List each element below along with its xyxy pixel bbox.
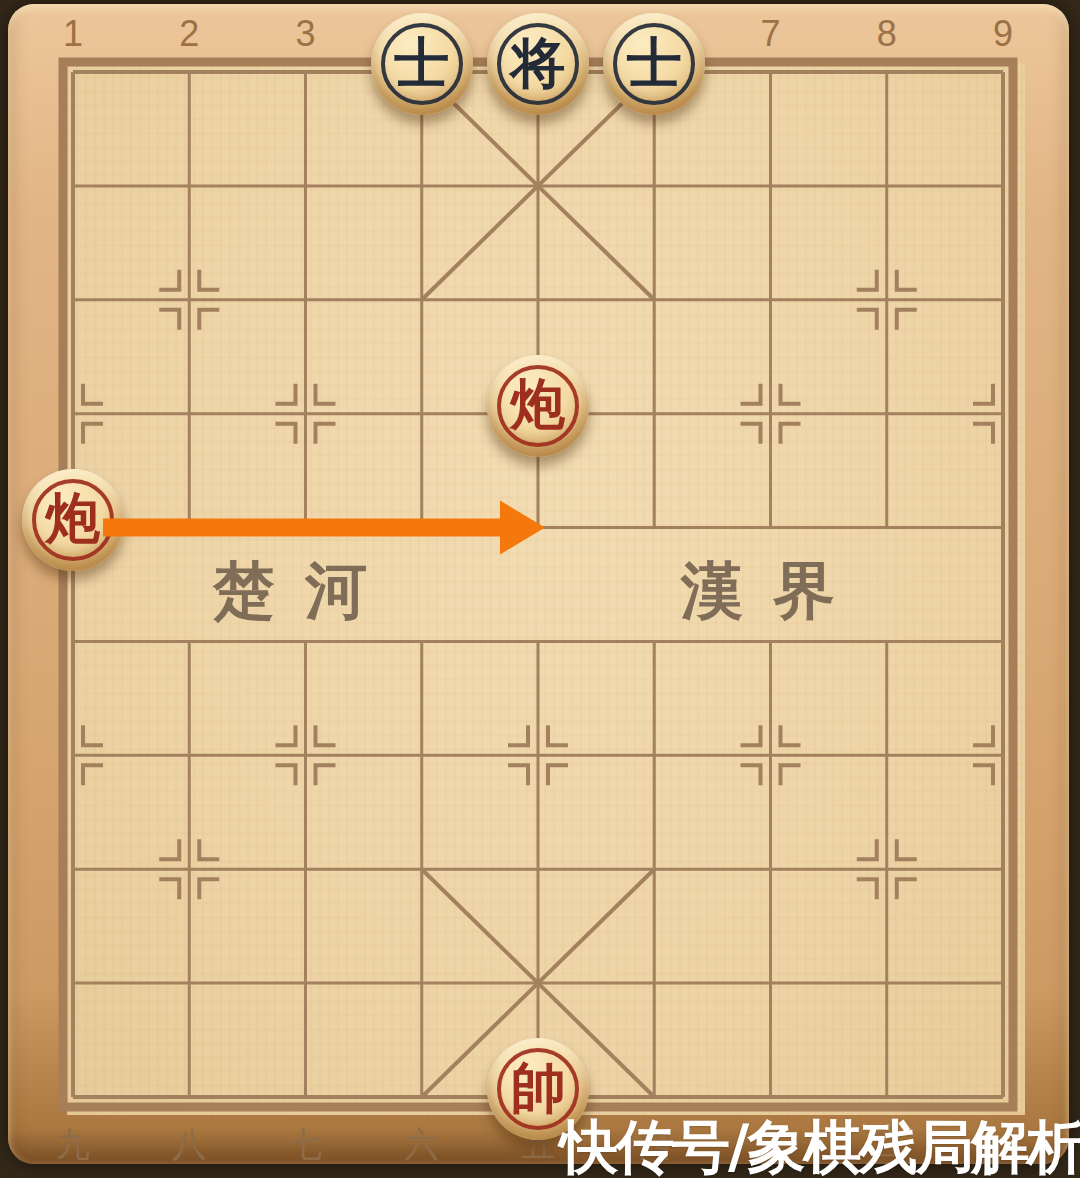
file-label-top-3: 3 (282, 13, 330, 55)
river-label-left: 楚河 (120, 549, 460, 633)
file-label-top-7: 7 (747, 13, 795, 55)
piece-glyph: 将 (487, 13, 589, 115)
piece-glyph: 士 (371, 13, 473, 115)
river-label-right: 漢界 (588, 549, 928, 633)
xiangqi-screenshot: 123456789 九八七六五四三二一 楚河 漢界 士将士炮炮帥 快传号/象棋残… (0, 0, 1080, 1178)
piece-black-general[interactable]: 将 (487, 13, 589, 115)
file-label-bottom-3: 七 (282, 1122, 330, 1168)
file-label-top-9: 9 (979, 13, 1027, 55)
piece-glyph: 炮 (487, 355, 589, 457)
watermark-text: 快传号/象棋残局解析 (560, 1109, 1080, 1178)
piece-red-cannon[interactable]: 炮 (22, 469, 124, 571)
file-label-top-1: 1 (49, 13, 97, 55)
file-label-top-2: 2 (165, 13, 213, 55)
piece-red-cannon[interactable]: 炮 (487, 355, 589, 457)
file-label-bottom-1: 九 (49, 1122, 97, 1168)
piece-black-advisor[interactable]: 士 (603, 13, 705, 115)
piece-black-advisor[interactable]: 士 (371, 13, 473, 115)
file-label-bottom-2: 八 (165, 1122, 213, 1168)
file-label-top-8: 8 (863, 13, 911, 55)
piece-glyph: 炮 (22, 469, 124, 571)
file-label-bottom-4: 六 (398, 1122, 446, 1168)
piece-glyph: 士 (603, 13, 705, 115)
